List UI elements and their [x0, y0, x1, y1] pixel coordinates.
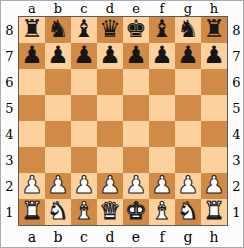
piece-white-pawn: ♟	[47, 173, 69, 197]
square-a5[interactable]	[19, 95, 45, 121]
square-a8[interactable]: ♜	[19, 17, 45, 43]
square-e5[interactable]	[123, 95, 149, 121]
square-b8[interactable]: ♞	[45, 17, 71, 43]
square-e3[interactable]	[123, 147, 149, 173]
square-h8[interactable]: ♜	[201, 17, 227, 43]
square-a7[interactable]: ♟	[19, 43, 45, 69]
square-g5[interactable]	[175, 95, 201, 121]
file-label-d: d	[97, 227, 123, 248]
piece-black-pawn: ♟	[203, 43, 225, 67]
square-d6[interactable]	[97, 69, 123, 95]
square-c1[interactable]: ♝	[71, 199, 97, 225]
square-c6[interactable]	[71, 69, 97, 95]
piece-black-pawn: ♟	[99, 43, 121, 67]
square-b3[interactable]	[45, 147, 71, 173]
square-g4[interactable]	[175, 121, 201, 147]
square-h7[interactable]: ♟	[201, 43, 227, 69]
square-h1[interactable]: ♜	[201, 199, 227, 225]
piece-black-pawn: ♟	[151, 43, 173, 67]
square-f1[interactable]: ♝	[149, 199, 175, 225]
square-b6[interactable]	[45, 69, 71, 95]
piece-black-knight: ♞	[47, 17, 69, 41]
square-a2[interactable]: ♟	[19, 173, 45, 199]
square-f4[interactable]	[149, 121, 175, 147]
file-label-b: b	[45, 1, 71, 16]
square-b5[interactable]	[45, 95, 71, 121]
square-g8[interactable]: ♞	[175, 17, 201, 43]
piece-black-pawn: ♟	[47, 43, 69, 67]
file-label-b: b	[45, 227, 71, 248]
ranks-right: 87654321	[229, 17, 244, 225]
piece-white-bishop: ♝	[151, 199, 173, 223]
piece-white-pawn: ♟	[151, 173, 173, 197]
piece-black-knight: ♞	[177, 17, 199, 41]
square-e6[interactable]	[123, 69, 149, 95]
piece-black-pawn: ♟	[125, 43, 147, 67]
square-h3[interactable]	[201, 147, 227, 173]
rank-label-1: 1	[1, 199, 18, 225]
square-e2[interactable]: ♟	[123, 173, 149, 199]
square-b7[interactable]: ♟	[45, 43, 71, 69]
rank-label-5: 5	[1, 95, 18, 121]
square-b1[interactable]: ♞	[45, 199, 71, 225]
square-f3[interactable]	[149, 147, 175, 173]
rank-label-6: 6	[229, 69, 244, 95]
chess-diagram: abcdefgh 87654321 ♜♞♝♛♚♝♞♜♟♟♟♟♟♟♟♟♟♟♟♟♟♟…	[0, 0, 244, 248]
square-g1[interactable]: ♞	[175, 199, 201, 225]
rank-label-6: 6	[1, 69, 18, 95]
piece-black-pawn: ♟	[73, 43, 95, 67]
rank-label-5: 5	[229, 95, 244, 121]
file-label-f: f	[149, 227, 175, 248]
square-h2[interactable]: ♟	[201, 173, 227, 199]
piece-black-queen: ♛	[99, 17, 121, 41]
square-e1[interactable]: ♚	[123, 199, 149, 225]
rank-label-4: 4	[229, 121, 244, 147]
piece-white-bishop: ♝	[73, 199, 95, 223]
square-e8[interactable]: ♚	[123, 17, 149, 43]
piece-white-pawn: ♟	[203, 173, 225, 197]
piece-white-pawn: ♟	[99, 173, 121, 197]
square-f2[interactable]: ♟	[149, 173, 175, 199]
files-bottom: abcdefgh	[19, 227, 227, 248]
file-label-e: e	[123, 1, 149, 16]
piece-white-queen: ♛	[99, 199, 121, 223]
rank-label-8: 8	[1, 17, 18, 43]
square-c7[interactable]: ♟	[71, 43, 97, 69]
square-c4[interactable]	[71, 121, 97, 147]
file-label-a: a	[19, 227, 45, 248]
square-d7[interactable]: ♟	[97, 43, 123, 69]
file-label-e: e	[123, 227, 149, 248]
square-d5[interactable]	[97, 95, 123, 121]
file-label-g: g	[175, 1, 201, 16]
piece-white-rook: ♜	[21, 199, 43, 223]
piece-white-knight: ♞	[47, 199, 69, 223]
square-f6[interactable]	[149, 69, 175, 95]
rank-label-2: 2	[1, 173, 18, 199]
file-label-a: a	[19, 1, 45, 16]
rank-label-1: 1	[229, 199, 244, 225]
square-g6[interactable]	[175, 69, 201, 95]
piece-black-king: ♚	[125, 17, 147, 41]
square-a1[interactable]: ♜	[19, 199, 45, 225]
square-c2[interactable]: ♟	[71, 173, 97, 199]
rank-label-8: 8	[229, 17, 244, 43]
piece-black-rook: ♜	[21, 17, 43, 41]
square-d1[interactable]: ♛	[97, 199, 123, 225]
file-label-h: h	[201, 1, 227, 16]
rank-label-2: 2	[229, 173, 244, 199]
square-h6[interactable]	[201, 69, 227, 95]
square-a6[interactable]	[19, 69, 45, 95]
square-g3[interactable]	[175, 147, 201, 173]
ranks-left: 87654321	[1, 17, 18, 225]
file-label-g: g	[175, 227, 201, 248]
square-d2[interactable]: ♟	[97, 173, 123, 199]
rank-label-3: 3	[1, 147, 18, 173]
square-b4[interactable]	[45, 121, 71, 147]
file-label-h: h	[201, 227, 227, 248]
square-c8[interactable]: ♝	[71, 17, 97, 43]
piece-white-knight: ♞	[177, 199, 199, 223]
square-b2[interactable]: ♟	[45, 173, 71, 199]
file-label-f: f	[149, 1, 175, 16]
square-f8[interactable]: ♝	[149, 17, 175, 43]
square-a3[interactable]	[19, 147, 45, 173]
square-c5[interactable]	[71, 95, 97, 121]
piece-white-king: ♚	[125, 199, 147, 223]
square-a4[interactable]	[19, 121, 45, 147]
piece-black-pawn: ♟	[21, 43, 43, 67]
rank-label-4: 4	[1, 121, 18, 147]
files-top: abcdefgh	[19, 1, 227, 16]
piece-black-bishop: ♝	[73, 17, 95, 41]
piece-white-pawn: ♟	[73, 173, 95, 197]
square-g2[interactable]: ♟	[175, 173, 201, 199]
square-e7[interactable]: ♟	[123, 43, 149, 69]
square-d4[interactable]	[97, 121, 123, 147]
square-f7[interactable]: ♟	[149, 43, 175, 69]
file-label-c: c	[71, 1, 97, 16]
piece-black-bishop: ♝	[151, 17, 173, 41]
square-e4[interactable]	[123, 121, 149, 147]
rank-label-7: 7	[1, 43, 18, 69]
rank-label-3: 3	[229, 147, 244, 173]
rank-label-7: 7	[229, 43, 244, 69]
file-label-c: c	[71, 227, 97, 248]
piece-white-pawn: ♟	[21, 173, 43, 197]
square-h5[interactable]	[201, 95, 227, 121]
square-d3[interactable]	[97, 147, 123, 173]
piece-black-rook: ♜	[203, 17, 225, 41]
piece-white-rook: ♜	[203, 199, 225, 223]
square-f5[interactable]	[149, 95, 175, 121]
chess-board: ♜♞♝♛♚♝♞♜♟♟♟♟♟♟♟♟♟♟♟♟♟♟♟♟♜♞♝♛♚♝♞♜	[18, 16, 228, 226]
square-d8[interactable]: ♛	[97, 17, 123, 43]
piece-white-pawn: ♟	[125, 173, 147, 197]
piece-black-pawn: ♟	[177, 43, 199, 67]
file-label-d: d	[97, 1, 123, 16]
piece-white-pawn: ♟	[177, 173, 199, 197]
square-c3[interactable]	[71, 147, 97, 173]
square-h4[interactable]	[201, 121, 227, 147]
square-g7[interactable]: ♟	[175, 43, 201, 69]
